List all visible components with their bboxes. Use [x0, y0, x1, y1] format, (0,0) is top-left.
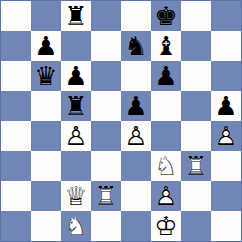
square-a2[interactable] — [1, 181, 31, 211]
square-c1[interactable]: ♞♘ — [61, 211, 91, 241]
square-b5[interactable] — [31, 91, 61, 121]
white-knight-outline: ♘ — [151, 151, 181, 181]
piece-white-pawn[interactable]: ♟♙ — [211, 121, 241, 151]
white-pawn-outline: ♙ — [151, 181, 181, 211]
square-d1[interactable] — [91, 211, 121, 241]
square-e7[interactable]: ♞ — [121, 31, 151, 61]
square-g3[interactable]: ♜♖ — [181, 151, 211, 181]
square-h6[interactable] — [211, 61, 241, 91]
white-pawn-outline: ♙ — [211, 121, 241, 151]
square-g5[interactable] — [181, 91, 211, 121]
square-e6[interactable] — [121, 61, 151, 91]
piece-white-pawn[interactable]: ♟♙ — [121, 121, 151, 151]
square-b6[interactable]: ♛ — [31, 61, 61, 91]
square-d6[interactable] — [91, 61, 121, 91]
square-g8[interactable] — [181, 1, 211, 31]
square-c6[interactable]: ♟ — [61, 61, 91, 91]
piece-black-king[interactable]: ♚ — [151, 1, 181, 31]
square-h3[interactable] — [211, 151, 241, 181]
square-g4[interactable] — [181, 121, 211, 151]
piece-white-queen[interactable]: ♛♕ — [61, 181, 91, 211]
white-pawn-outline: ♙ — [61, 121, 91, 151]
white-king-outline: ♔ — [151, 211, 181, 241]
square-f4[interactable] — [151, 121, 181, 151]
square-b7[interactable]: ♟ — [31, 31, 61, 61]
square-e4[interactable]: ♟♙ — [121, 121, 151, 151]
square-c5[interactable]: ♜ — [61, 91, 91, 121]
piece-white-pawn[interactable]: ♟♙ — [61, 121, 91, 151]
square-f5[interactable] — [151, 91, 181, 121]
square-d2[interactable]: ♜♖ — [91, 181, 121, 211]
square-h5[interactable]: ♟ — [211, 91, 241, 121]
square-e3[interactable] — [121, 151, 151, 181]
square-d8[interactable] — [91, 1, 121, 31]
piece-white-rook[interactable]: ♜♖ — [91, 181, 121, 211]
square-a5[interactable] — [1, 91, 31, 121]
square-g2[interactable] — [181, 181, 211, 211]
square-h2[interactable] — [211, 181, 241, 211]
square-h8[interactable] — [211, 1, 241, 31]
square-e5[interactable]: ♟ — [121, 91, 151, 121]
white-rook-outline: ♖ — [91, 181, 121, 211]
square-g7[interactable] — [181, 31, 211, 61]
square-b2[interactable] — [31, 181, 61, 211]
square-d4[interactable] — [91, 121, 121, 151]
square-h7[interactable] — [211, 31, 241, 61]
square-e8[interactable] — [121, 1, 151, 31]
square-a4[interactable] — [1, 121, 31, 151]
piece-black-rook[interactable]: ♜ — [61, 91, 91, 121]
square-a1[interactable] — [1, 211, 31, 241]
square-a8[interactable] — [1, 1, 31, 31]
square-a7[interactable] — [1, 31, 31, 61]
piece-white-rook[interactable]: ♜♖ — [181, 151, 211, 181]
white-rook-outline: ♖ — [181, 151, 211, 181]
piece-white-knight[interactable]: ♞♘ — [151, 151, 181, 181]
square-c7[interactable] — [61, 31, 91, 61]
square-d3[interactable] — [91, 151, 121, 181]
square-a6[interactable] — [1, 61, 31, 91]
square-f6[interactable]: ♟ — [151, 61, 181, 91]
square-h1[interactable] — [211, 211, 241, 241]
piece-black-pawn[interactable]: ♟ — [151, 61, 181, 91]
piece-black-pawn[interactable]: ♟ — [61, 61, 91, 91]
piece-black-pawn[interactable]: ♟ — [31, 31, 61, 61]
white-pawn-outline: ♙ — [121, 121, 151, 151]
piece-white-pawn[interactable]: ♟♙ — [151, 181, 181, 211]
piece-white-knight[interactable]: ♞♘ — [61, 211, 91, 241]
piece-black-pawn[interactable]: ♟ — [121, 91, 151, 121]
square-d7[interactable] — [91, 31, 121, 61]
square-a3[interactable] — [1, 151, 31, 181]
square-h4[interactable]: ♟♙ — [211, 121, 241, 151]
square-b3[interactable] — [31, 151, 61, 181]
square-b1[interactable] — [31, 211, 61, 241]
piece-black-bishop[interactable]: ♝ — [151, 31, 181, 61]
square-f1[interactable]: ♚♔ — [151, 211, 181, 241]
square-c8[interactable]: ♜ — [61, 1, 91, 31]
square-e2[interactable] — [121, 181, 151, 211]
piece-black-rook[interactable]: ♜ — [61, 1, 91, 31]
square-e1[interactable] — [121, 211, 151, 241]
square-f8[interactable]: ♚ — [151, 1, 181, 31]
square-b4[interactable] — [31, 121, 61, 151]
square-b8[interactable] — [31, 1, 61, 31]
square-c4[interactable]: ♟♙ — [61, 121, 91, 151]
white-queen-outline: ♕ — [61, 181, 91, 211]
white-knight-outline: ♘ — [61, 211, 91, 241]
piece-white-king[interactable]: ♚♔ — [151, 211, 181, 241]
chess-board-container: ♜♚♟♞♝♛♟♟♜♟♟♟♙♟♙♟♙♞♘♜♖♛♕♜♖♟♙♞♘♚♔ — [0, 0, 242, 242]
square-g6[interactable] — [181, 61, 211, 91]
piece-black-pawn[interactable]: ♟ — [211, 91, 241, 121]
square-f2[interactable]: ♟♙ — [151, 181, 181, 211]
square-g1[interactable] — [181, 211, 211, 241]
piece-black-queen[interactable]: ♛ — [31, 61, 61, 91]
square-c2[interactable]: ♛♕ — [61, 181, 91, 211]
square-c3[interactable] — [61, 151, 91, 181]
chess-board: ♜♚♟♞♝♛♟♟♜♟♟♟♙♟♙♟♙♞♘♜♖♛♕♜♖♟♙♞♘♚♔ — [0, 0, 242, 242]
square-d5[interactable] — [91, 91, 121, 121]
square-f3[interactable]: ♞♘ — [151, 151, 181, 181]
square-f7[interactable]: ♝ — [151, 31, 181, 61]
piece-black-knight[interactable]: ♞ — [121, 31, 151, 61]
